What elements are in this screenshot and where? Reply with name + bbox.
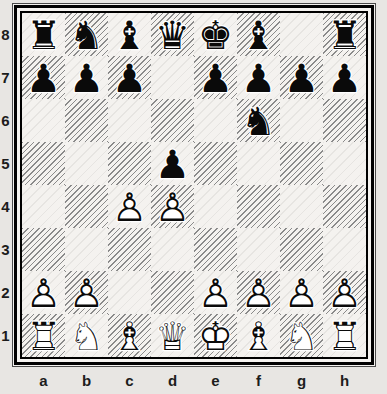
file-labels: abcdefgh xyxy=(22,368,366,392)
square-g5[interactable] xyxy=(280,142,323,185)
square-g6[interactable] xyxy=(280,99,323,142)
piece-glyph: ♙ xyxy=(108,186,151,229)
piece-black-knight[interactable]: ♞♞ xyxy=(237,99,280,142)
piece-glyph: ♘ xyxy=(280,315,323,358)
square-a5[interactable] xyxy=(22,142,65,185)
square-c6[interactable] xyxy=(108,99,151,142)
piece-glyph: ♙ xyxy=(65,272,108,315)
piece-glyph: ♗ xyxy=(108,315,151,358)
piece-fill-layer: ♟ xyxy=(323,272,366,315)
square-g2[interactable]: ♟♙ xyxy=(280,271,323,314)
square-h5[interactable] xyxy=(323,142,366,185)
piece-glyph: ♟ xyxy=(194,57,237,100)
square-a4[interactable] xyxy=(22,185,65,228)
square-a3[interactable] xyxy=(22,228,65,271)
rank-label-5: 5 xyxy=(0,142,11,185)
piece-white-pawn[interactable]: ♟♙ xyxy=(280,271,323,314)
square-a6[interactable] xyxy=(22,99,65,142)
piece-fill-layer: ♟ xyxy=(237,57,280,100)
piece-fill-layer: ♟ xyxy=(108,186,151,229)
piece-fill-layer: ♟ xyxy=(151,186,194,229)
chess-board-inner-border: ♜♜♞♞♝♝♛♛♚♚♝♝♜♜♟♟♟♟♟♟♟♟♟♟♟♟♟♟♞♞♟♟♟♙♟♙♟♙♟♙… xyxy=(20,11,368,359)
square-c8[interactable]: ♝♝ xyxy=(108,13,151,56)
piece-fill-layer: ♟ xyxy=(194,272,237,315)
square-b8[interactable]: ♞♞ xyxy=(65,13,108,56)
file-label-c: c xyxy=(108,368,151,392)
square-c4[interactable]: ♟♙ xyxy=(108,185,151,228)
square-h8[interactable]: ♜♜ xyxy=(323,13,366,56)
square-f4[interactable] xyxy=(237,185,280,228)
chess-board[interactable]: ♜♜♞♞♝♝♛♛♚♚♝♝♜♜♟♟♟♟♟♟♟♟♟♟♟♟♟♟♞♞♟♟♟♙♟♙♟♙♟♙… xyxy=(22,13,366,357)
piece-glyph: ♟ xyxy=(65,57,108,100)
piece-white-queen[interactable]: ♛♕ xyxy=(151,314,194,357)
piece-white-pawn[interactable]: ♟♙ xyxy=(22,271,65,314)
piece-white-rook[interactable]: ♜♖ xyxy=(22,314,65,357)
square-h3[interactable] xyxy=(323,228,366,271)
square-e2[interactable]: ♟♙ xyxy=(194,271,237,314)
piece-fill-layer: ♝ xyxy=(108,315,151,358)
square-d7[interactable] xyxy=(151,56,194,99)
piece-glyph: ♞ xyxy=(237,100,280,143)
piece-glyph: ♝ xyxy=(108,14,151,57)
piece-fill-layer: ♜ xyxy=(323,315,366,358)
piece-glyph: ♟ xyxy=(108,57,151,100)
piece-fill-layer: ♞ xyxy=(237,100,280,143)
piece-glyph: ♙ xyxy=(194,272,237,315)
piece-white-pawn[interactable]: ♟♙ xyxy=(65,271,108,314)
square-e5[interactable] xyxy=(194,142,237,185)
rank-label-2: 2 xyxy=(0,271,11,314)
square-a7[interactable]: ♟♟ xyxy=(22,56,65,99)
square-g1[interactable]: ♞♘ xyxy=(280,314,323,357)
piece-black-pawn[interactable]: ♟♟ xyxy=(65,56,108,99)
square-f5[interactable] xyxy=(237,142,280,185)
square-e8[interactable]: ♚♚ xyxy=(194,13,237,56)
square-d5[interactable]: ♟♟ xyxy=(151,142,194,185)
square-a1[interactable]: ♜♖ xyxy=(22,314,65,357)
piece-glyph: ♜ xyxy=(22,14,65,57)
piece-glyph: ♛ xyxy=(151,14,194,57)
rank-label-1: 1 xyxy=(0,314,11,357)
piece-black-bishop[interactable]: ♝♝ xyxy=(237,13,280,56)
piece-white-pawn[interactable]: ♟♙ xyxy=(237,271,280,314)
piece-glyph: ♙ xyxy=(22,272,65,315)
rank-label-4: 4 xyxy=(0,185,11,228)
square-b5[interactable] xyxy=(65,142,108,185)
piece-glyph: ♗ xyxy=(237,315,280,358)
piece-black-pawn[interactable]: ♟♟ xyxy=(108,56,151,99)
square-c1[interactable]: ♝♗ xyxy=(108,314,151,357)
piece-fill-layer: ♟ xyxy=(280,272,323,315)
piece-white-pawn[interactable]: ♟♙ xyxy=(323,271,366,314)
square-e7[interactable]: ♟♟ xyxy=(194,56,237,99)
piece-white-knight[interactable]: ♞♘ xyxy=(65,314,108,357)
piece-white-bishop[interactable]: ♝♗ xyxy=(237,314,280,357)
square-c5[interactable] xyxy=(108,142,151,185)
rank-label-6: 6 xyxy=(0,99,11,142)
square-d2[interactable] xyxy=(151,271,194,314)
square-d3[interactable] xyxy=(151,228,194,271)
piece-black-rook[interactable]: ♜♜ xyxy=(22,13,65,56)
piece-glyph: ♔ xyxy=(194,315,237,358)
rank-label-7: 7 xyxy=(0,56,11,99)
piece-fill-layer: ♝ xyxy=(108,14,151,57)
piece-black-pawn[interactable]: ♟♟ xyxy=(323,56,366,99)
piece-glyph: ♙ xyxy=(280,272,323,315)
square-h6[interactable] xyxy=(323,99,366,142)
piece-black-pawn[interactable]: ♟♟ xyxy=(237,56,280,99)
piece-black-king[interactable]: ♚♚ xyxy=(194,13,237,56)
piece-fill-layer: ♛ xyxy=(151,14,194,57)
piece-black-bishop[interactable]: ♝♝ xyxy=(108,13,151,56)
piece-fill-layer: ♛ xyxy=(151,315,194,358)
piece-glyph: ♞ xyxy=(65,14,108,57)
file-label-e: e xyxy=(194,368,237,392)
piece-white-pawn[interactable]: ♟♙ xyxy=(108,185,151,228)
chess-board-frame: ♜♜♞♞♝♝♛♛♚♚♝♝♜♜♟♟♟♟♟♟♟♟♟♟♟♟♟♟♞♞♟♟♟♙♟♙♟♙♟♙… xyxy=(12,3,376,367)
piece-glyph: ♟ xyxy=(280,57,323,100)
piece-black-queen[interactable]: ♛♛ xyxy=(151,13,194,56)
piece-glyph: ♟ xyxy=(151,143,194,186)
piece-fill-layer: ♚ xyxy=(194,14,237,57)
square-b3[interactable] xyxy=(65,228,108,271)
square-d8[interactable]: ♛♛ xyxy=(151,13,194,56)
square-c2[interactable] xyxy=(108,271,151,314)
piece-glyph: ♙ xyxy=(151,186,194,229)
piece-fill-layer: ♞ xyxy=(280,315,323,358)
square-f6[interactable]: ♞♞ xyxy=(237,99,280,142)
square-e6[interactable] xyxy=(194,99,237,142)
piece-black-pawn[interactable]: ♟♟ xyxy=(151,142,194,185)
square-f8[interactable]: ♝♝ xyxy=(237,13,280,56)
piece-fill-layer: ♚ xyxy=(194,315,237,358)
piece-black-knight[interactable]: ♞♞ xyxy=(65,13,108,56)
piece-white-bishop[interactable]: ♝♗ xyxy=(108,314,151,357)
piece-fill-layer: ♟ xyxy=(22,57,65,100)
square-b6[interactable] xyxy=(65,99,108,142)
square-g8[interactable] xyxy=(280,13,323,56)
piece-fill-layer: ♞ xyxy=(65,14,108,57)
square-a8[interactable]: ♜♜ xyxy=(22,13,65,56)
square-b2[interactable]: ♟♙ xyxy=(65,271,108,314)
piece-fill-layer: ♝ xyxy=(237,315,280,358)
square-d4[interactable]: ♟♙ xyxy=(151,185,194,228)
piece-glyph: ♙ xyxy=(323,272,366,315)
piece-fill-layer: ♜ xyxy=(323,14,366,57)
piece-black-rook[interactable]: ♜♜ xyxy=(323,13,366,56)
piece-fill-layer: ♟ xyxy=(151,143,194,186)
piece-black-pawn[interactable]: ♟♟ xyxy=(194,56,237,99)
piece-fill-layer: ♟ xyxy=(280,57,323,100)
piece-glyph: ♙ xyxy=(237,272,280,315)
rank-label-3: 3 xyxy=(0,228,11,271)
square-b1[interactable]: ♞♘ xyxy=(65,314,108,357)
square-g7[interactable]: ♟♟ xyxy=(280,56,323,99)
piece-fill-layer: ♝ xyxy=(237,14,280,57)
piece-black-pawn[interactable]: ♟♟ xyxy=(280,56,323,99)
piece-fill-layer: ♞ xyxy=(65,315,108,358)
piece-fill-layer: ♟ xyxy=(22,272,65,315)
page-background: 87654321 ♜♜♞♞♝♝♛♛♚♚♝♝♜♜♟♟♟♟♟♟♟♟♟♟♟♟♟♟♞♞♟… xyxy=(0,0,387,394)
square-f1[interactable]: ♝♗ xyxy=(237,314,280,357)
chess-board-border: ♜♜♞♞♝♝♛♛♚♚♝♝♜♜♟♟♟♟♟♟♟♟♟♟♟♟♟♟♞♞♟♟♟♙♟♙♟♙♟♙… xyxy=(14,5,374,365)
square-a2[interactable]: ♟♙ xyxy=(22,271,65,314)
square-d1[interactable]: ♛♕ xyxy=(151,314,194,357)
file-label-d: d xyxy=(151,368,194,392)
piece-glyph: ♖ xyxy=(22,315,65,358)
piece-glyph: ♟ xyxy=(237,57,280,100)
rank-label-8: 8 xyxy=(0,13,11,56)
rank-labels: 87654321 xyxy=(0,13,11,357)
piece-fill-layer: ♟ xyxy=(65,57,108,100)
piece-fill-layer: ♟ xyxy=(65,272,108,315)
square-f7[interactable]: ♟♟ xyxy=(237,56,280,99)
piece-fill-layer: ♟ xyxy=(194,57,237,100)
piece-glyph: ♟ xyxy=(22,57,65,100)
square-b7[interactable]: ♟♟ xyxy=(65,56,108,99)
square-c3[interactable] xyxy=(108,228,151,271)
piece-fill-layer: ♜ xyxy=(22,14,65,57)
piece-fill-layer: ♟ xyxy=(323,57,366,100)
file-label-f: f xyxy=(237,368,280,392)
piece-glyph: ♜ xyxy=(323,14,366,57)
file-label-b: b xyxy=(65,368,108,392)
piece-white-pawn[interactable]: ♟♙ xyxy=(194,271,237,314)
square-b4[interactable] xyxy=(65,185,108,228)
square-c7[interactable]: ♟♟ xyxy=(108,56,151,99)
piece-glyph: ♟ xyxy=(323,57,366,100)
square-h7[interactable]: ♟♟ xyxy=(323,56,366,99)
piece-glyph: ♚ xyxy=(194,14,237,57)
square-e3[interactable] xyxy=(194,228,237,271)
square-h4[interactable] xyxy=(323,185,366,228)
piece-glyph: ♝ xyxy=(237,14,280,57)
piece-white-pawn[interactable]: ♟♙ xyxy=(151,185,194,228)
piece-glyph: ♘ xyxy=(65,315,108,358)
piece-glyph: ♖ xyxy=(323,315,366,358)
square-g4[interactable] xyxy=(280,185,323,228)
square-e4[interactable] xyxy=(194,185,237,228)
square-g3[interactable] xyxy=(280,228,323,271)
piece-fill-layer: ♟ xyxy=(237,272,280,315)
piece-black-pawn[interactable]: ♟♟ xyxy=(22,56,65,99)
square-h1[interactable]: ♜♖ xyxy=(323,314,366,357)
square-e1[interactable]: ♚♔ xyxy=(194,314,237,357)
piece-white-knight[interactable]: ♞♘ xyxy=(280,314,323,357)
piece-white-king[interactable]: ♚♔ xyxy=(194,314,237,357)
piece-white-rook[interactable]: ♜♖ xyxy=(323,314,366,357)
piece-glyph: ♕ xyxy=(151,315,194,358)
file-label-h: h xyxy=(323,368,366,392)
square-f3[interactable] xyxy=(237,228,280,271)
piece-fill-layer: ♟ xyxy=(108,57,151,100)
square-f2[interactable]: ♟♙ xyxy=(237,271,280,314)
file-label-a: a xyxy=(22,368,65,392)
file-label-g: g xyxy=(280,368,323,392)
square-d6[interactable] xyxy=(151,99,194,142)
piece-fill-layer: ♜ xyxy=(22,315,65,358)
square-h2[interactable]: ♟♙ xyxy=(323,271,366,314)
